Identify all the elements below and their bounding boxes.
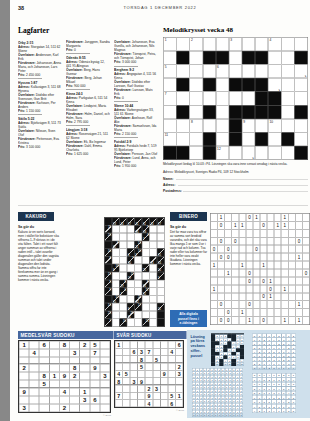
- crossword-cell: [216, 92, 229, 106]
- crossword-caption-1: Melodikrysset lördag kl 10.03 i P4. Lösn…: [163, 162, 308, 166]
- binero-cell: [246, 253, 253, 261]
- crossword-block: [203, 78, 216, 92]
- listing-line: Adress: Storgatan 14, 511 62 Skene: [18, 45, 62, 53]
- binero-cell: [288, 317, 295, 325]
- kakuro-clue-cell: 23: [112, 218, 120, 226]
- kakuro-across-sum: 14: [108, 303, 111, 306]
- sudoku-cell: 7: [115, 392, 123, 399]
- kakuro-cell: [135, 272, 143, 280]
- form-row: Postadress:: [163, 186, 308, 192]
- entry-divider: [114, 138, 138, 139]
- kakuro-clue-cell: [157, 311, 165, 319]
- binero-cell: [302, 229, 309, 237]
- sudoku-cell: [90, 404, 100, 412]
- binero-cell: [302, 301, 309, 309]
- kakuro-cell: [112, 256, 120, 264]
- sudoku-cell: [29, 396, 39, 404]
- crossword-block: [203, 132, 216, 146]
- binero-cell: [295, 229, 302, 237]
- binero-cell: [218, 285, 225, 293]
- binero-cell: [253, 269, 260, 277]
- listing-line: Pris: 0: [114, 96, 158, 100]
- binero-cell: [288, 293, 295, 301]
- listing-line: Förvärvare: Lund, Anna, och Lund, Peter: [114, 156, 158, 164]
- listing-label: Adress:: [66, 131, 79, 135]
- binero-cell: 0: [253, 245, 260, 253]
- sudoku-cell: [19, 396, 29, 404]
- listing-line: Förvärvare: Junggren, Sandra Margareta: [66, 40, 110, 48]
- sudoku-cell: [70, 404, 80, 412]
- binero-cell: [295, 277, 302, 285]
- sudoku-solution-cell: 5: [291, 409, 296, 413]
- binero-cell: [260, 245, 267, 253]
- sudoku-solution-mini-1: 5346789126721953481983425678597614234268…: [252, 334, 296, 368]
- kakuro-across-sum: 10: [138, 249, 141, 252]
- kakuro-cell: [142, 295, 150, 303]
- binero-cell: [239, 301, 246, 309]
- crossword-cell: ↴: [294, 65, 307, 79]
- crossword-cell: [281, 51, 294, 65]
- kakuro-across-sum: 13: [146, 319, 149, 322]
- listing-value: 0: [122, 96, 124, 100]
- sudoku-cell: [100, 341, 110, 349]
- crossword-cell: [268, 146, 281, 160]
- crossword-cell: [190, 146, 203, 160]
- sudoku-cell: [130, 356, 138, 363]
- kakuro-clue-cell: 4: [105, 256, 113, 264]
- crossword-block: [242, 51, 255, 65]
- sudoku-cell: [153, 400, 161, 407]
- crossword-cell: [177, 65, 190, 79]
- binero-cell: [253, 221, 260, 229]
- kakuro-clue-cell: 928: [142, 225, 150, 233]
- listing-line: Överlåtare: Berg, Hans Gunnar: [66, 68, 110, 76]
- kakuro-howto-text: Kakuro är en sorts korsord, men i ställe…: [18, 230, 59, 282]
- sudoku-cell: [100, 364, 110, 372]
- listing-line: Överlåtare: Dödsbo efter Larsson, Karl G…: [114, 80, 158, 88]
- sudoku-solution-cell: 9: [291, 366, 296, 370]
- binero-cell: [274, 229, 281, 237]
- binero-cell: [288, 245, 295, 253]
- crossword-cell: 8: [190, 119, 203, 133]
- crossword-block: [242, 105, 255, 119]
- binero-cell: [232, 301, 239, 309]
- crossword-block: [268, 92, 281, 106]
- sudoku-cell: [19, 372, 29, 380]
- binero-cell: [253, 317, 260, 325]
- listing-label: Överlåtare:: [66, 104, 84, 108]
- sudoku-cell: [49, 357, 59, 364]
- binero-cell: 1: [295, 253, 302, 261]
- crossword-clue-number: 10: [269, 119, 273, 123]
- kakuro-clue-cell: 24: [105, 233, 113, 241]
- sudoku-cell: [115, 400, 123, 407]
- crossword-cell: [294, 119, 307, 133]
- crossword-cell: [177, 38, 190, 52]
- crossword-cell: [190, 132, 203, 146]
- binero-cell: [218, 277, 225, 285]
- listing-label: Överlåtare:: [18, 128, 36, 132]
- sudoku-cell: [130, 385, 138, 392]
- sudoku-cell: [145, 370, 153, 377]
- crossword-clue-number: 2: [191, 38, 193, 42]
- crossword-cell: [216, 78, 229, 92]
- listing-value: Persson, Jan Olof: [132, 152, 157, 156]
- page-date: TORSDAG 1 DECEMBER 2022: [10, 5, 310, 10]
- sudoku-cell: [175, 348, 183, 355]
- binero-cell: [302, 214, 309, 222]
- crossword-cell: ↴: [242, 146, 255, 160]
- kakuro-across-sum: 7: [132, 257, 134, 260]
- kakuro-cell: [112, 288, 120, 296]
- kakuro-cell: [127, 233, 135, 241]
- listing-line: Pris: 1 150 000: [18, 109, 62, 113]
- binero-cell: [225, 261, 232, 269]
- sudoku-cell: [123, 348, 131, 355]
- kakuro-clue-cell: 109: [135, 249, 143, 257]
- solutions-label-line: pussel: [191, 353, 212, 358]
- binero-cell: [288, 309, 295, 317]
- sudoku-cell: [80, 349, 90, 357]
- sudoku-cell: 4: [168, 348, 176, 355]
- listing-label: Förvärvare:: [114, 88, 132, 92]
- binero-cell: [211, 317, 218, 325]
- binero-cell: 0: [225, 253, 232, 261]
- kakuro-across-sum: 11: [108, 226, 111, 229]
- kakuro-clue-cell: [105, 241, 113, 249]
- lagfarter-title: Lagfarter: [18, 26, 49, 35]
- listing-label: Pris:: [114, 132, 122, 136]
- binero-cell: 1: [267, 293, 274, 301]
- binero-cell: [218, 269, 225, 277]
- crossword-cell: [281, 78, 294, 92]
- binero-cell: [239, 214, 246, 222]
- kakuro-cell: [142, 303, 150, 311]
- binero-cell: [281, 293, 288, 301]
- sudoku-cell: [168, 378, 176, 385]
- kakuro-clue-cell: 1015: [112, 295, 120, 303]
- lagfarter-column-3: Överlåtare: Johansson, Eva Gunilla, och …: [114, 40, 158, 186]
- binero-cell: [288, 214, 295, 222]
- sudoku-cell: 9: [90, 364, 100, 372]
- sudoku-cell: [153, 348, 161, 355]
- binero-cell: [295, 309, 302, 317]
- kakuro-cell: [127, 280, 135, 288]
- crossword-cell: 9: [242, 119, 255, 133]
- kakuro-cell: [120, 256, 128, 264]
- binero-cell: [232, 214, 239, 222]
- crossword-block: [229, 105, 242, 119]
- listing-line: Överlåtare: Andersson, Karl Erik: [18, 53, 62, 61]
- promo-line: e-tidningen: [180, 321, 198, 325]
- kakuro-cell: [112, 280, 120, 288]
- listing-label: Pris:: [18, 109, 26, 113]
- listing-label: Förvärvare:: [66, 76, 84, 80]
- sudoku-cell: 2: [175, 363, 183, 370]
- kakuro-cell: [150, 295, 158, 303]
- sudoku-cell: 5: [153, 356, 161, 363]
- crossword-cell: [268, 132, 281, 146]
- sudoku-cell: 8: [70, 364, 80, 372]
- kakuro-cell: [120, 264, 128, 272]
- crossword-cell: [281, 38, 294, 52]
- binero-cell: [281, 261, 288, 269]
- sudoku-cell: [160, 363, 168, 370]
- crossword-clue-number: 11: [165, 133, 168, 137]
- kakuro-clue-cell: 16: [135, 225, 143, 233]
- binero-cell: [288, 277, 295, 285]
- crossword-block: [281, 132, 294, 146]
- crossword-cell: 11: [164, 132, 177, 146]
- listing-line: Överlåtare: Nilsson, Sven Olof: [18, 128, 62, 136]
- sudoku-cell: [138, 400, 146, 407]
- sudoku-cell: [168, 341, 176, 348]
- binero-cell: [281, 301, 288, 309]
- binero-cell: [232, 261, 239, 269]
- sudoku-cell: [59, 357, 69, 364]
- sudoku-cell: [130, 363, 138, 370]
- kakuro-cell: [142, 241, 150, 249]
- kakuro-clue-cell: 17: [157, 218, 165, 226]
- binero-cell: [218, 261, 225, 269]
- binero-cell: [246, 261, 253, 269]
- binero-cell: 1: [239, 221, 246, 229]
- binero-cell: [274, 261, 281, 269]
- sudoku-cell: [123, 392, 131, 399]
- kakuro-across-sum: 5: [110, 280, 112, 283]
- sudoku-cell: [29, 404, 39, 412]
- binero-cell: [211, 277, 218, 285]
- binero-cell: [288, 237, 295, 245]
- kakuro-across-sum: 12: [146, 288, 149, 291]
- crossword-cell: [281, 65, 294, 79]
- crossword-cell: [203, 92, 216, 106]
- sudoku-hard-grid: 1663748552459383923795146: [114, 340, 184, 408]
- sudoku-cell: [160, 341, 168, 348]
- binero-cell: [218, 229, 225, 237]
- sudoku-cell: 9: [138, 378, 146, 385]
- sudoku-cell: [123, 363, 131, 370]
- listing-line: Förvärvare: Johansson, Anna Maria, och J…: [18, 61, 62, 73]
- binero-cell: [302, 309, 309, 317]
- sudoku-cell: [29, 388, 39, 396]
- sudoku-medium-grid: 168254372898192359413632: [18, 340, 111, 413]
- sudoku-cell: [100, 380, 110, 388]
- kakuro-cell: [120, 225, 128, 233]
- sudoku-cell: [39, 396, 49, 404]
- binero-cell: [281, 253, 288, 261]
- sudoku-cell: [153, 378, 161, 385]
- listing-label: Adress:: [66, 60, 79, 64]
- listing-label: Adress:: [114, 72, 127, 76]
- sudoku-cell: 4: [29, 349, 39, 357]
- binero-cell: 0: [246, 301, 253, 309]
- binero-cell: [267, 261, 274, 269]
- sudoku-cell: [29, 380, 39, 388]
- sudoku-cell: 2: [59, 404, 69, 412]
- binero-cell: 1: [211, 285, 218, 293]
- kakuro-cell: [120, 233, 128, 241]
- sudoku-cell: [175, 385, 183, 392]
- binero-cell: [274, 277, 281, 285]
- listing-label: Pris:: [114, 164, 122, 168]
- listing-label: Adress:: [18, 45, 31, 49]
- listing-value: 1 625 000: [74, 152, 88, 156]
- listing-line: Överlåtare: Axelsson, Rolf Åke: [114, 116, 158, 124]
- kakuro-clue-cell: 14: [120, 218, 128, 226]
- binero-cell: [253, 285, 260, 293]
- binero-cell: 1: [267, 277, 274, 285]
- listing-line: Förvärvare: Samuelsson, Ida Maria: [114, 124, 158, 132]
- crossword-clue-number: 9: [243, 119, 245, 123]
- form-dotted-line: [177, 186, 308, 187]
- binero-cell: [302, 253, 309, 261]
- listing-label: Förvärvare:: [18, 137, 36, 141]
- kakuro-cell: [112, 272, 120, 280]
- sudoku-cell: [130, 370, 138, 377]
- binero-cell: [295, 214, 302, 222]
- sudoku-cell: [130, 400, 138, 407]
- kakuro-clue-cell: 16: [105, 249, 113, 257]
- binero-cell: [267, 309, 274, 317]
- binero-grid: 1011011011000000001111100001101010010100…: [210, 213, 310, 325]
- crossword-cell: 7: [164, 92, 177, 106]
- crossword-block: [255, 105, 268, 119]
- binero-cell: [281, 229, 288, 237]
- binero-cell: [302, 237, 309, 245]
- crossword-cell: [177, 92, 190, 106]
- sudoku-cell: [70, 357, 80, 364]
- sudoku-cell: [90, 357, 100, 364]
- crossword-block: [203, 146, 216, 160]
- sudoku-cell: [49, 349, 59, 357]
- binero-cell: [274, 269, 281, 277]
- kakuro-cell: [150, 311, 158, 319]
- kakuro-across-sum: 6: [125, 288, 127, 291]
- crossword-cell: [190, 51, 203, 65]
- solutions-panel: Lösningpå förraveckanssiffer-pussel 2935…: [187, 330, 310, 418]
- crossword-cell: [203, 119, 216, 133]
- binero-cell: 1: [281, 221, 288, 229]
- kakuro-cell: [120, 249, 128, 257]
- sudoku-cell: [175, 378, 183, 385]
- kakuro-across-sum: 10: [116, 296, 119, 299]
- listing-label: Förvärvare:: [66, 112, 84, 116]
- crossword-cell: 12: [216, 146, 229, 160]
- listing-line: Överlåtare: Dödsbo efter Svensson, Gun B…: [18, 93, 62, 101]
- sudoku-cell: [39, 349, 49, 357]
- binero-cell: 0: [260, 221, 267, 229]
- sudoku-cell: 8: [138, 356, 146, 363]
- binero-cell: 0: [225, 317, 232, 325]
- sudoku-cell: [123, 400, 131, 407]
- crossword-cell: [294, 132, 307, 146]
- listing-label: Adress:: [18, 84, 31, 88]
- kakuro-clue-cell: 13: [150, 256, 158, 264]
- kakuro-cell: [135, 311, 143, 319]
- form-dotted-line: [175, 180, 308, 181]
- form-label: Adress:: [163, 183, 175, 187]
- listing-line: Förvärvare: Dahl, Emma Charlotta: [66, 144, 110, 152]
- kakuro-cell: [120, 311, 128, 319]
- sudoku-cell: [168, 370, 176, 377]
- kakuro-across-sum: 9: [147, 280, 149, 283]
- sudoku-cell: [59, 364, 69, 372]
- sudoku-cell: [29, 341, 39, 349]
- sudoku-cell: 3: [19, 404, 29, 412]
- kakuro-cell: [142, 249, 150, 257]
- sudoku-cell: [153, 341, 161, 348]
- form-label: Postadress:: [163, 189, 182, 193]
- binero-cell: 1: [253, 214, 260, 222]
- sudoku-cell: [145, 341, 153, 348]
- kakuro-across-sum: 24: [108, 233, 111, 236]
- binero-cell: 1: [281, 285, 288, 293]
- binero-cell: 0: [260, 317, 267, 325]
- kakuro-cell: [150, 241, 158, 249]
- sudoku-cell: 1: [49, 372, 59, 380]
- kakuro-cell: [112, 311, 120, 319]
- listing-line: Adress: Varbergsvägen 33, 511 61 Skene: [114, 108, 158, 116]
- kakuro-clue-cell: 2111: [127, 311, 135, 319]
- binero-cell: [267, 221, 274, 229]
- crossword-cell: [164, 105, 177, 119]
- sudoku-cell: 5: [90, 341, 100, 349]
- binero-cell: [211, 293, 218, 301]
- binero-cell: 0: [260, 293, 267, 301]
- kakuro-clue-cell: 912: [112, 241, 120, 249]
- kakuro-cell: [135, 319, 143, 327]
- binero-cell: 1: [239, 309, 246, 317]
- sudoku-cell: [80, 380, 90, 388]
- kakuro-clue-cell: [105, 264, 113, 272]
- binero-cell: 1: [274, 221, 281, 229]
- crossword-block: [203, 51, 216, 65]
- binero-cell: [260, 309, 267, 317]
- binero-cell: 0: [246, 277, 253, 285]
- sudoku-cell: 9: [59, 372, 69, 380]
- sudoku-hard-copyright: © Bulls: [164, 409, 184, 412]
- listing-line: Pris: 2 450 000: [18, 73, 62, 77]
- binero-howto: Så gör du Det får max vara två siffror a…: [170, 225, 208, 266]
- sudoku-cell: [100, 396, 110, 404]
- binero-solution-mini: 0110100110011010010110011001011010011001…: [192, 368, 243, 414]
- binero-cell: [281, 245, 288, 253]
- sudoku-cell: [100, 388, 110, 396]
- sudoku-cell: 3: [100, 372, 110, 380]
- sudoku-cell: [145, 356, 153, 363]
- kakuro-across-sum: 17: [138, 303, 141, 306]
- binero-cell: [232, 285, 239, 293]
- crossword-block: [242, 78, 255, 92]
- sudoku-cell: [160, 392, 168, 399]
- binero-cell: 0: [260, 277, 267, 285]
- binero-cell: 0: [246, 269, 253, 277]
- crossword-cell: [190, 78, 203, 92]
- listing-value: 3 000 000: [122, 60, 136, 64]
- sudoku-cell: [168, 363, 176, 370]
- kakuro-cell: [120, 241, 128, 249]
- binero-header: BINERO: [170, 212, 207, 221]
- binero-cell: 0: [218, 221, 225, 229]
- binero-cell: 0: [225, 245, 232, 253]
- kakuro-cell: [157, 225, 165, 233]
- kakuro-cell: [142, 311, 150, 319]
- sudoku-cell: [29, 357, 39, 364]
- listing-value: 3 100 000: [26, 145, 40, 149]
- listing-label: Överlåtare:: [114, 80, 132, 84]
- sudoku-medium-header: MEDELSVÅR SUDOKU: [18, 331, 114, 339]
